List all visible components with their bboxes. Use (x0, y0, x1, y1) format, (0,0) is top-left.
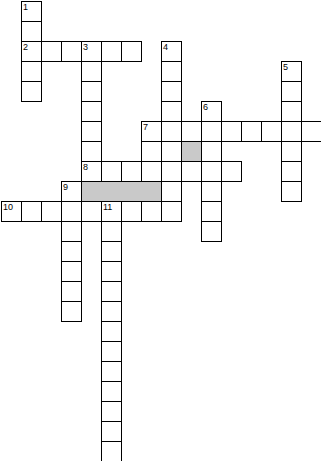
grid-cell[interactable] (101, 381, 122, 402)
grid-cell[interactable] (81, 41, 102, 62)
grid-cell[interactable] (1, 201, 22, 222)
grid-cell[interactable] (101, 241, 122, 262)
grid-cell[interactable] (161, 61, 182, 82)
grid-cell[interactable] (81, 121, 102, 142)
grid-cell[interactable] (101, 161, 122, 182)
grid-cell[interactable] (281, 161, 302, 182)
grid-cell[interactable] (121, 161, 142, 182)
grid-cell[interactable] (161, 121, 182, 142)
grid-cell[interactable] (141, 201, 162, 222)
grid-cell[interactable] (21, 201, 42, 222)
grid-cell[interactable] (61, 261, 82, 282)
grid-cell[interactable] (181, 121, 202, 142)
grid-cell[interactable] (221, 121, 242, 142)
grid-cell[interactable] (101, 441, 122, 461)
grid-cell[interactable] (21, 21, 42, 42)
grid-cell[interactable] (21, 81, 42, 102)
grid-cell[interactable] (81, 141, 102, 162)
grid-cell[interactable] (221, 161, 242, 182)
grid-cell[interactable] (61, 201, 82, 222)
grid-cell[interactable] (101, 321, 122, 342)
grid-cell[interactable] (61, 301, 82, 322)
grid-cell[interactable] (201, 201, 222, 222)
grid-cell[interactable] (121, 41, 142, 62)
grid-cell[interactable] (101, 401, 122, 422)
grid-cell[interactable] (161, 181, 182, 202)
grid-cell[interactable] (201, 161, 222, 182)
grid-cell[interactable] (101, 201, 122, 222)
grid-cell[interactable] (281, 61, 302, 82)
grid-cell[interactable] (261, 121, 282, 142)
grid-cell[interactable] (81, 81, 102, 102)
grid-cell[interactable] (101, 361, 122, 382)
grid-cell[interactable] (101, 301, 122, 322)
grid-cell[interactable] (201, 221, 222, 242)
grid-cell[interactable] (141, 161, 162, 182)
grid-cell[interactable] (281, 141, 302, 162)
grid-cell[interactable] (161, 81, 182, 102)
grid-cell[interactable] (101, 41, 122, 62)
grid-cell[interactable] (21, 41, 42, 62)
grid-cell[interactable] (141, 141, 162, 162)
shaded-cell (81, 181, 162, 202)
grid-cell[interactable] (281, 101, 302, 122)
grid-cell[interactable] (141, 121, 162, 142)
grid-cell[interactable] (21, 61, 42, 82)
grid-cell[interactable] (161, 101, 182, 122)
grid-cell[interactable] (81, 161, 102, 182)
grid-cell[interactable] (41, 41, 62, 62)
grid-cell[interactable] (81, 61, 102, 82)
grid-cell[interactable] (101, 341, 122, 362)
grid-cell[interactable] (61, 241, 82, 262)
grid-cell[interactable] (81, 201, 102, 222)
grid-cell[interactable] (101, 261, 122, 282)
grid-cell[interactable] (121, 201, 142, 222)
grid-cell[interactable] (81, 101, 102, 122)
grid-cell[interactable] (161, 141, 182, 162)
grid-cell[interactable] (201, 101, 222, 122)
grid-cell[interactable] (301, 121, 321, 142)
grid-cell[interactable] (201, 141, 222, 162)
grid-cell[interactable] (281, 181, 302, 202)
grid-cell[interactable] (201, 121, 222, 142)
shaded-cell (181, 141, 202, 162)
grid-cell[interactable] (61, 281, 82, 302)
grid-cell[interactable] (61, 221, 82, 242)
crossword-board: 1234567891011 (0, 0, 321, 461)
grid-cell[interactable] (101, 421, 122, 442)
grid-cell[interactable] (161, 161, 182, 182)
grid-cell[interactable] (241, 121, 262, 142)
grid-cell[interactable] (61, 181, 82, 202)
grid-cell[interactable] (281, 121, 302, 142)
grid-cell[interactable] (21, 1, 42, 22)
grid-cell[interactable] (281, 81, 302, 102)
grid-cell[interactable] (61, 41, 82, 62)
grid-cell[interactable] (41, 201, 62, 222)
grid-cell[interactable] (161, 201, 182, 222)
grid-cell[interactable] (201, 181, 222, 202)
grid-cell[interactable] (161, 41, 182, 62)
grid-cell[interactable] (101, 281, 122, 302)
grid-cell[interactable] (101, 221, 122, 242)
grid-cell[interactable] (181, 161, 202, 182)
